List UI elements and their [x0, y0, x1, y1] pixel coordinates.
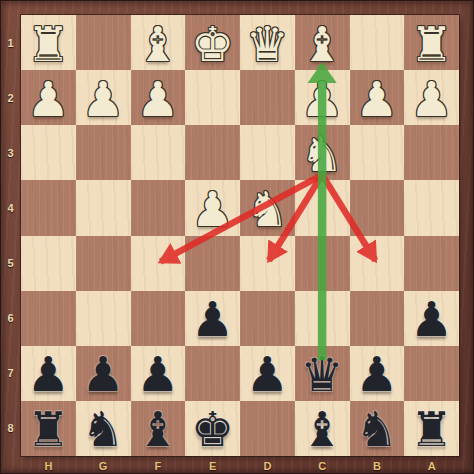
square-d4[interactable]: ♞︎: [240, 180, 295, 235]
white-bishop[interactable]: ♝︎: [301, 20, 344, 68]
white-rook[interactable]: ♜︎: [27, 20, 70, 68]
square-b3[interactable]: [350, 125, 405, 180]
rank-label-1: 1: [0, 37, 21, 49]
black-pawn[interactable]: ♟︎: [82, 350, 125, 398]
white-queen[interactable]: ♛︎: [246, 20, 289, 68]
square-f5[interactable]: [131, 236, 186, 291]
rank-label-8: 8: [0, 422, 21, 434]
square-f8[interactable]: ♝︎: [131, 401, 186, 456]
white-pawn[interactable]: ♟︎: [301, 75, 344, 123]
square-e5[interactable]: [185, 236, 240, 291]
square-c6[interactable]: [295, 291, 350, 346]
square-h5[interactable]: [21, 236, 76, 291]
square-d8[interactable]: [240, 401, 295, 456]
square-h1[interactable]: ♜︎: [21, 15, 76, 70]
black-pawn[interactable]: ♟︎: [27, 350, 70, 398]
file-label-H: H: [21, 460, 76, 474]
file-label-E: E: [185, 460, 240, 474]
rank-label-6: 6: [0, 312, 21, 324]
square-d7[interactable]: ♟︎: [240, 346, 295, 401]
black-pawn[interactable]: ♟︎: [355, 350, 398, 398]
square-b5[interactable]: [350, 236, 405, 291]
square-h3[interactable]: [21, 125, 76, 180]
square-e8[interactable]: ♚︎: [185, 401, 240, 456]
square-d3[interactable]: [240, 125, 295, 180]
square-c8[interactable]: ♝︎: [295, 401, 350, 456]
black-rook[interactable]: ♜︎: [27, 405, 70, 453]
square-c3[interactable]: ♞︎: [295, 125, 350, 180]
black-king[interactable]: ♚︎: [191, 405, 234, 453]
square-e7[interactable]: [185, 346, 240, 401]
square-a7[interactable]: [404, 346, 459, 401]
white-pawn[interactable]: ♟︎: [191, 185, 234, 233]
square-b7[interactable]: ♟︎: [350, 346, 405, 401]
square-f2[interactable]: ♟︎: [131, 70, 186, 125]
square-b2[interactable]: ♟︎: [350, 70, 405, 125]
square-h2[interactable]: ♟︎: [21, 70, 76, 125]
black-pawn[interactable]: ♟︎: [246, 350, 289, 398]
square-b4[interactable]: [350, 180, 405, 235]
square-e2[interactable]: [185, 70, 240, 125]
square-f4[interactable]: [131, 180, 186, 235]
black-pawn[interactable]: ♟︎: [410, 295, 453, 343]
square-c4[interactable]: [295, 180, 350, 235]
black-knight[interactable]: ♞︎: [355, 405, 398, 453]
square-d5[interactable]: [240, 236, 295, 291]
file-label-G: G: [76, 460, 131, 474]
black-pawn[interactable]: ♟︎: [136, 350, 179, 398]
square-a8[interactable]: ♜︎: [404, 401, 459, 456]
square-b1[interactable]: [350, 15, 405, 70]
white-king[interactable]: ♚︎: [191, 20, 234, 68]
square-a6[interactable]: ♟︎: [404, 291, 459, 346]
board-frame: ♜︎♝︎♚︎♛︎♝︎♜︎♟︎♟︎♟︎♟︎♟︎♟︎♞︎♟︎♞︎♟︎♟︎♟︎♟︎♟︎…: [0, 0, 474, 474]
square-c1[interactable]: ♝︎: [295, 15, 350, 70]
square-g8[interactable]: ♞︎: [76, 401, 131, 456]
file-label-D: D: [240, 460, 295, 474]
square-f1[interactable]: ♝︎: [131, 15, 186, 70]
square-g2[interactable]: ♟︎: [76, 70, 131, 125]
square-b8[interactable]: ♞︎: [350, 401, 405, 456]
square-a3[interactable]: [404, 125, 459, 180]
square-e1[interactable]: ♚︎: [185, 15, 240, 70]
white-knight[interactable]: ♞︎: [246, 185, 289, 233]
square-a5[interactable]: [404, 236, 459, 291]
rank-label-5: 5: [0, 257, 21, 269]
square-h8[interactable]: ♜︎: [21, 401, 76, 456]
chess-board: ♜︎♝︎♚︎♛︎♝︎♜︎♟︎♟︎♟︎♟︎♟︎♟︎♞︎♟︎♞︎♟︎♟︎♟︎♟︎♟︎…: [21, 15, 459, 456]
black-queen[interactable]: ♛︎: [301, 350, 344, 398]
square-f7[interactable]: ♟︎: [131, 346, 186, 401]
square-g4[interactable]: [76, 180, 131, 235]
square-b6[interactable]: [350, 291, 405, 346]
white-knight[interactable]: ♞︎: [301, 130, 344, 178]
white-pawn[interactable]: ♟︎: [27, 75, 70, 123]
file-label-A: A: [404, 460, 459, 474]
square-c7[interactable]: ♛︎: [295, 346, 350, 401]
square-d1[interactable]: ♛︎: [240, 15, 295, 70]
square-g1[interactable]: [76, 15, 131, 70]
square-e4[interactable]: ♟︎: [185, 180, 240, 235]
square-a1[interactable]: ♜︎: [404, 15, 459, 70]
rank-label-4: 4: [0, 202, 21, 214]
square-g5[interactable]: [76, 236, 131, 291]
square-c2[interactable]: ♟︎: [295, 70, 350, 125]
black-bishop[interactable]: ♝︎: [136, 405, 179, 453]
square-e6[interactable]: ♟︎: [185, 291, 240, 346]
square-a2[interactable]: ♟︎: [404, 70, 459, 125]
square-g7[interactable]: ♟︎: [76, 346, 131, 401]
square-d2[interactable]: [240, 70, 295, 125]
square-d6[interactable]: [240, 291, 295, 346]
square-h6[interactable]: [21, 291, 76, 346]
white-pawn[interactable]: ♟︎: [82, 75, 125, 123]
square-f6[interactable]: [131, 291, 186, 346]
square-h4[interactable]: [21, 180, 76, 235]
white-pawn[interactable]: ♟︎: [136, 75, 179, 123]
square-a4[interactable]: [404, 180, 459, 235]
black-bishop[interactable]: ♝︎: [301, 405, 344, 453]
white-pawn[interactable]: ♟︎: [355, 75, 398, 123]
white-pawn[interactable]: ♟︎: [410, 75, 453, 123]
square-e3[interactable]: [185, 125, 240, 180]
rank-label-7: 7: [0, 367, 21, 379]
square-h7[interactable]: ♟︎: [21, 346, 76, 401]
black-pawn[interactable]: ♟︎: [191, 295, 234, 343]
square-c5[interactable]: [295, 236, 350, 291]
square-g6[interactable]: [76, 291, 131, 346]
white-rook[interactable]: ♜︎: [410, 20, 453, 68]
file-label-F: F: [131, 460, 186, 474]
file-label-B: B: [350, 460, 405, 474]
rank-label-2: 2: [0, 92, 21, 104]
square-g3[interactable]: [76, 125, 131, 180]
black-knight[interactable]: ♞︎: [82, 405, 125, 453]
file-label-C: C: [295, 460, 350, 474]
black-rook[interactable]: ♜︎: [410, 405, 453, 453]
rank-label-3: 3: [0, 147, 21, 159]
white-bishop[interactable]: ♝︎: [136, 20, 179, 68]
square-f3[interactable]: [131, 125, 186, 180]
